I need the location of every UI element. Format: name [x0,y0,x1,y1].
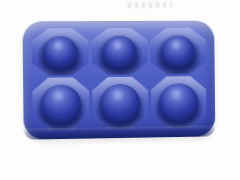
mold-cavity-r0c2 [150,28,206,75]
dome-ball [100,84,140,125]
mold-cavity-r0c0 [32,28,89,75]
dome-ball [161,36,195,70]
mold-cavity-r1c2 [151,76,207,129]
silicone-mold-tray [22,21,215,140]
dome-ball [43,36,78,70]
dome-ball [159,83,199,123]
dome-ball [40,84,81,125]
watermark-smudge [128,2,172,8]
mold-cavity-r0c1 [91,28,147,75]
dome-ball [103,36,137,70]
cavity-grid [32,28,207,129]
product-photo [0,0,240,180]
mold-cavity-r1c1 [92,76,148,129]
tray-front-edge [24,125,216,139]
mold-cavity-r1c0 [32,77,89,131]
